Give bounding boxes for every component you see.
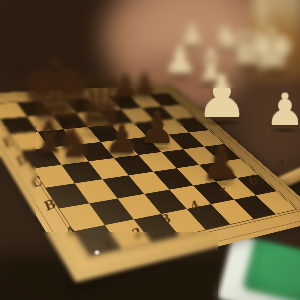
piece-black-pawn-c3[interactable]: ♟	[138, 108, 176, 150]
piece-black-pawn-a5[interactable]: ♟	[201, 142, 240, 186]
light-glint	[94, 250, 100, 255]
green-card-artwork	[242, 233, 300, 300]
piece-white-king-b8[interactable]: ♚	[248, 22, 296, 76]
piece-black-pawn-c2[interactable]: ♟	[104, 119, 140, 159]
piece-white-pawn-a6[interactable]: ♟	[265, 88, 300, 132]
photo-scene: EDCBA1234567♚♛♝♞♟♟♟♟♟♚♛♞♟♝♟♟♟	[0, 0, 300, 300]
piece-white-pawn-b5[interactable]: ♟	[196, 68, 248, 126]
piece-black-knight-c1[interactable]: ♞	[55, 122, 93, 164]
